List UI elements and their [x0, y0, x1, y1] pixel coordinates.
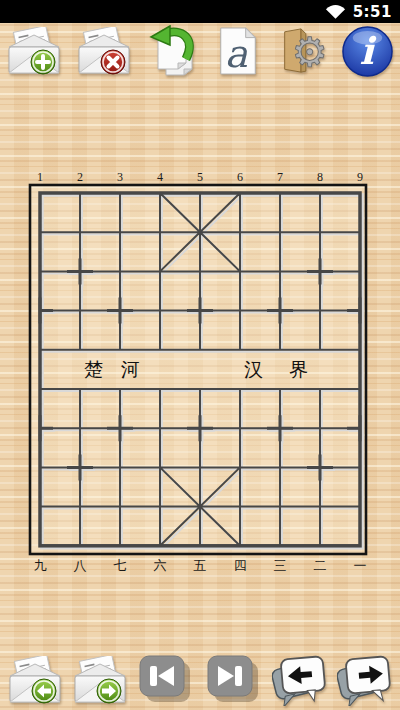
- board-point-f4-r10[interactable]: [140, 526, 180, 565]
- board-point-f6-r5[interactable]: [220, 330, 260, 369]
- board-point-f9-r3[interactable]: [340, 252, 380, 291]
- board-point-f8-r3[interactable]: [300, 252, 340, 291]
- next-game-button[interactable]: [72, 656, 128, 704]
- board-point-f3-r2[interactable]: [100, 213, 140, 252]
- board-point-f6-r2[interactable]: [220, 213, 260, 252]
- board-point-f7-r1[interactable]: [260, 173, 300, 212]
- board-point-f7-r3[interactable]: [260, 252, 300, 291]
- board-point-f3-r6[interactable]: [100, 369, 140, 408]
- board-point-f3-r5[interactable]: [100, 330, 140, 369]
- previous-game-button[interactable]: [7, 656, 63, 704]
- board-point-f5-r4[interactable]: [180, 291, 220, 330]
- envelope-cross-icon: [76, 27, 132, 75]
- board-point-f5-r2[interactable]: [180, 213, 220, 252]
- board-point-f9-r7[interactable]: [340, 409, 380, 448]
- board-point-f1-r10[interactable]: [20, 526, 60, 565]
- app-screen: { "game": "xiangqi", "position": "9/9/9/…: [0, 0, 400, 710]
- page-undo-arrow-icon: [146, 25, 200, 77]
- board-point-f2-r8[interactable]: [60, 448, 100, 487]
- board-point-f6-r8[interactable]: [220, 448, 260, 487]
- skip-to-end-icon: [205, 653, 263, 707]
- board-point-f7-r8[interactable]: [260, 448, 300, 487]
- go-to-end-button[interactable]: [205, 653, 263, 707]
- board-point-f7-r9[interactable]: [260, 487, 300, 526]
- board-point-f6-r7[interactable]: [220, 409, 260, 448]
- board-point-f3-r3[interactable]: [100, 252, 140, 291]
- board-point-f3-r9[interactable]: [100, 487, 140, 526]
- board-point-f7-r4[interactable]: [260, 291, 300, 330]
- folder-gear-icon: ⚙: [275, 27, 327, 75]
- svg-text:⚙: ⚙: [291, 29, 326, 75]
- svg-text:a: a: [224, 31, 247, 76]
- board-point-f4-r5[interactable]: [140, 330, 180, 369]
- board-point-f1-r1[interactable]: [20, 173, 60, 212]
- board-point-f7-r10[interactable]: [260, 526, 300, 565]
- board-point-f1-r9[interactable]: [20, 487, 60, 526]
- board-point-f4-r7[interactable]: [140, 409, 180, 448]
- board-point-f4-r4[interactable]: [140, 291, 180, 330]
- step-forward-button[interactable]: [337, 654, 393, 706]
- board-point-f2-r6[interactable]: [60, 369, 100, 408]
- board-point-f7-r2[interactable]: [260, 213, 300, 252]
- board-point-f9-r9[interactable]: [340, 487, 380, 526]
- board-point-f8-r10[interactable]: [300, 526, 340, 565]
- board-point-f2-r3[interactable]: [60, 252, 100, 291]
- board-point-f5-r5[interactable]: [180, 330, 220, 369]
- status-time: 5:51: [353, 3, 392, 21]
- board-point-f8-r9[interactable]: [300, 487, 340, 526]
- board-point-f5-r3[interactable]: [180, 252, 220, 291]
- info-circle-icon: i: [341, 25, 394, 78]
- settings-button[interactable]: ⚙: [275, 27, 327, 75]
- new-button[interactable]: [6, 27, 62, 75]
- undo-button[interactable]: [146, 25, 200, 77]
- board-point-f2-r7[interactable]: [60, 409, 100, 448]
- board-point-f1-r8[interactable]: [20, 448, 60, 487]
- board-point-f2-r10[interactable]: [60, 526, 100, 565]
- board-point-f8-r5[interactable]: [300, 330, 340, 369]
- board-point-f6-r4[interactable]: [220, 291, 260, 330]
- board-point-f4-r3[interactable]: [140, 252, 180, 291]
- envelope-arrow-right-icon: [72, 656, 128, 704]
- top-toolbar: a ⚙ i: [0, 23, 400, 79]
- speech-bubble-arrow-left-icon: [272, 654, 328, 706]
- annotate-button[interactable]: a: [215, 26, 261, 76]
- board-point-f1-r3[interactable]: [20, 252, 60, 291]
- go-to-start-button[interactable]: [137, 653, 195, 707]
- board-point-f5-r6[interactable]: [180, 369, 220, 408]
- board-point-f2-r1[interactable]: [60, 173, 100, 212]
- board-point-f5-r7[interactable]: [180, 409, 220, 448]
- board-point-f1-r7[interactable]: [20, 409, 60, 448]
- speech-bubble-arrow-right-icon: [337, 654, 393, 706]
- board-point-f5-r8[interactable]: [180, 448, 220, 487]
- board-point-f8-r6[interactable]: [300, 369, 340, 408]
- board-point-f9-r2[interactable]: [340, 213, 380, 252]
- board-point-f4-r6[interactable]: [140, 369, 180, 408]
- board-point-f2-r5[interactable]: [60, 330, 100, 369]
- board-point-f2-r4[interactable]: [60, 291, 100, 330]
- board-point-f7-r7[interactable]: [260, 409, 300, 448]
- step-back-button[interactable]: [272, 654, 328, 706]
- board-point-f6-r3[interactable]: [220, 252, 260, 291]
- board-point-f4-r2[interactable]: [140, 213, 180, 252]
- board-point-f3-r10[interactable]: [100, 526, 140, 565]
- board-point-f5-r1[interactable]: [180, 173, 220, 212]
- board-point-f6-r10[interactable]: [220, 526, 260, 565]
- info-button[interactable]: i: [341, 25, 394, 78]
- board-point-f9-r8[interactable]: [340, 448, 380, 487]
- skip-to-start-icon: [137, 653, 195, 707]
- board-point-f9-r10[interactable]: [340, 526, 380, 565]
- board-point-f6-r9[interactable]: [220, 487, 260, 526]
- board-point-f9-r6[interactable]: [340, 369, 380, 408]
- envelope-arrow-left-icon: [7, 656, 63, 704]
- board-point-f6-r6[interactable]: [220, 369, 260, 408]
- board-point-f7-r5[interactable]: [260, 330, 300, 369]
- board-point-f9-r5[interactable]: [340, 330, 380, 369]
- page-letter-a-icon: a: [215, 26, 261, 76]
- bottom-toolbar: [0, 650, 400, 710]
- board-point-f6-r1[interactable]: [220, 173, 260, 212]
- board-point-f1-r5[interactable]: [20, 330, 60, 369]
- board-point-f3-r4[interactable]: [100, 291, 140, 330]
- delete-button[interactable]: [76, 27, 132, 75]
- board-point-f8-r1[interactable]: [300, 173, 340, 212]
- board-point-f4-r8[interactable]: [140, 448, 180, 487]
- board-point-f1-r4[interactable]: [20, 291, 60, 330]
- status-bar: 5:51: [0, 0, 400, 23]
- board-point-f8-r7[interactable]: [300, 409, 340, 448]
- board-point-f1-r6[interactable]: [20, 369, 60, 408]
- board-point-f4-r1[interactable]: [140, 173, 180, 212]
- wifi-signal-icon: [325, 4, 346, 20]
- board-point-f1-r2[interactable]: [20, 213, 60, 252]
- board-point-f4-r9[interactable]: [140, 487, 180, 526]
- envelope-plus-icon: [6, 27, 62, 75]
- board-points-grid: [20, 173, 380, 565]
- board-point-f8-r2[interactable]: [300, 213, 340, 252]
- board-point-f8-r4[interactable]: [300, 291, 340, 330]
- board-point-f7-r6[interactable]: [260, 369, 300, 408]
- board-point-f3-r1[interactable]: [100, 173, 140, 212]
- board-point-f9-r1[interactable]: [340, 173, 380, 212]
- board-point-f3-r7[interactable]: [100, 409, 140, 448]
- board-point-f5-r9[interactable]: [180, 487, 220, 526]
- board-point-f5-r10[interactable]: [180, 526, 220, 565]
- board-point-f9-r4[interactable]: [340, 291, 380, 330]
- board-point-f8-r8[interactable]: [300, 448, 340, 487]
- board-point-f3-r8[interactable]: [100, 448, 140, 487]
- board-point-f2-r9[interactable]: [60, 487, 100, 526]
- board-point-f2-r2[interactable]: [60, 213, 100, 252]
